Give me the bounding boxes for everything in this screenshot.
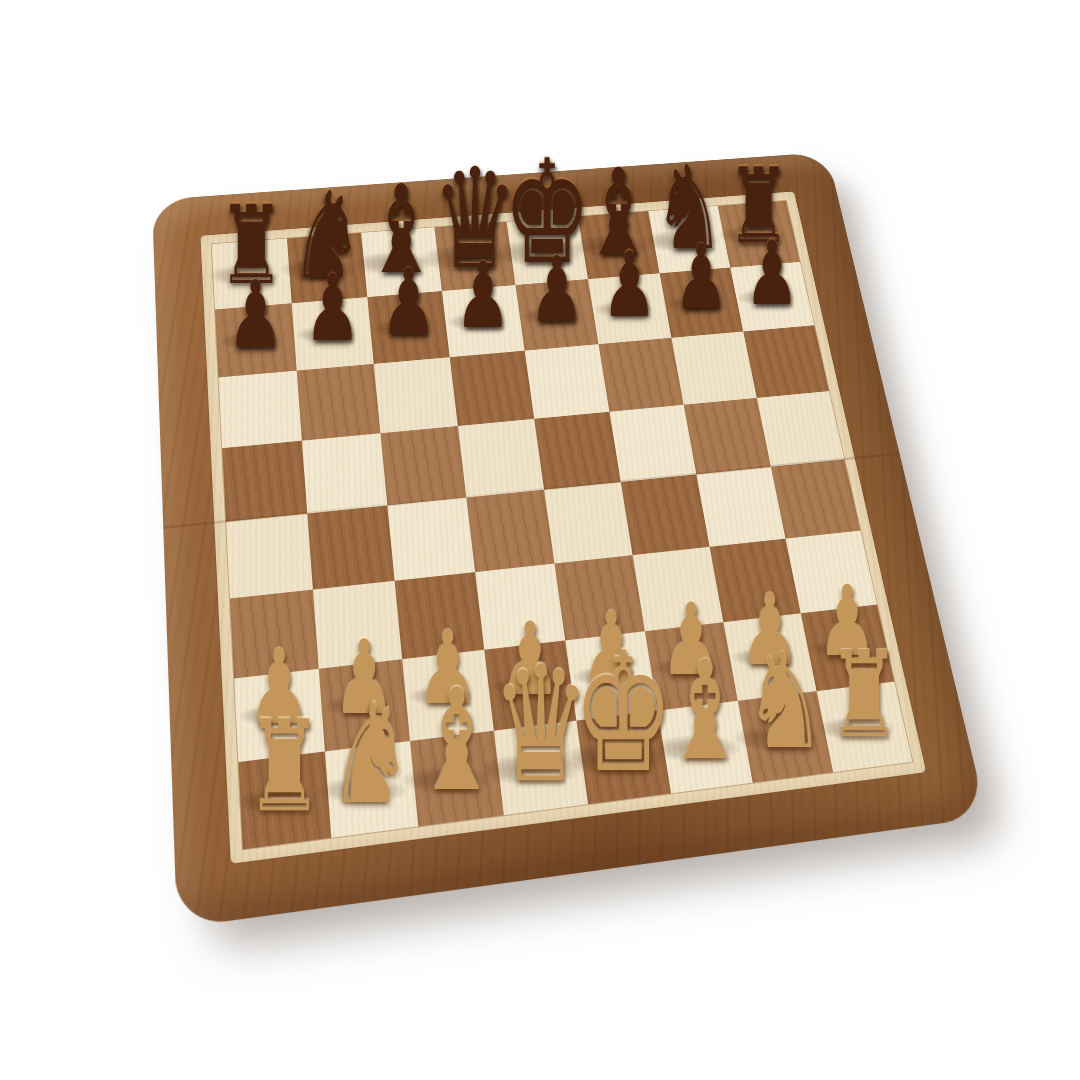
square-b8[interactable] xyxy=(287,233,367,303)
chess-board xyxy=(152,152,987,928)
square-f1[interactable] xyxy=(658,701,753,794)
square-b1[interactable] xyxy=(325,741,418,838)
square-b3[interactable] xyxy=(313,581,402,669)
square-f5[interactable] xyxy=(609,405,696,482)
square-a1[interactable] xyxy=(238,751,331,849)
square-e8[interactable] xyxy=(507,216,588,285)
square-a7[interactable] xyxy=(215,303,297,377)
square-a3[interactable] xyxy=(230,590,319,679)
square-g8[interactable] xyxy=(648,206,730,273)
square-f8[interactable] xyxy=(578,211,660,279)
square-c4[interactable] xyxy=(387,498,475,581)
square-d3[interactable] xyxy=(475,564,565,650)
square-d7[interactable] xyxy=(442,285,525,357)
square-c5[interactable] xyxy=(380,426,466,506)
square-a2[interactable] xyxy=(234,669,325,762)
square-c6[interactable] xyxy=(374,357,458,433)
square-a5[interactable] xyxy=(222,441,307,522)
square-c8[interactable] xyxy=(361,227,442,297)
square-c3[interactable] xyxy=(395,572,485,659)
square-e3[interactable] xyxy=(554,555,644,640)
square-e4[interactable] xyxy=(544,482,632,564)
square-e7[interactable] xyxy=(515,279,598,351)
square-f7[interactable] xyxy=(588,273,671,344)
board-border-inlay xyxy=(200,191,926,863)
square-d1[interactable] xyxy=(494,721,588,816)
square-c7[interactable] xyxy=(367,291,449,364)
square-f6[interactable] xyxy=(599,338,684,412)
square-g6[interactable] xyxy=(671,331,756,404)
square-f4[interactable] xyxy=(621,474,710,555)
square-h6[interactable] xyxy=(743,325,829,398)
square-d2[interactable] xyxy=(484,640,576,730)
square-d8[interactable] xyxy=(434,222,515,291)
square-f2[interactable] xyxy=(645,622,738,710)
square-f3[interactable] xyxy=(633,547,724,631)
square-h4[interactable] xyxy=(771,459,860,538)
square-g5[interactable] xyxy=(684,398,771,475)
square-e5[interactable] xyxy=(534,412,621,490)
square-b4[interactable] xyxy=(307,506,394,590)
square-c2[interactable] xyxy=(402,650,494,741)
square-h3[interactable] xyxy=(786,531,877,614)
square-b6[interactable] xyxy=(297,364,381,441)
square-a6[interactable] xyxy=(219,371,302,449)
square-h7[interactable] xyxy=(730,262,814,332)
square-h8[interactable] xyxy=(718,201,800,268)
square-a8[interactable] xyxy=(212,238,292,309)
square-h1[interactable] xyxy=(817,682,913,773)
board-grid xyxy=(212,201,913,850)
square-g3[interactable] xyxy=(710,539,801,623)
square-g4[interactable] xyxy=(696,467,785,547)
square-e1[interactable] xyxy=(576,711,671,805)
product-photo-scene: ♜♞♝♛♚♝♞♜♟♟♟♟♟♟♟♟♟♟♟♟♟♟♟♟♜♞♝♛♚♝♞♜ xyxy=(0,0,1080,1080)
square-c1[interactable] xyxy=(410,731,504,827)
square-b2[interactable] xyxy=(319,659,410,751)
square-d6[interactable] xyxy=(450,351,534,426)
square-b7[interactable] xyxy=(292,297,374,371)
square-d5[interactable] xyxy=(458,419,544,498)
square-g7[interactable] xyxy=(660,268,744,338)
square-e6[interactable] xyxy=(525,344,610,419)
square-d4[interactable] xyxy=(466,490,554,572)
square-h2[interactable] xyxy=(801,605,895,692)
square-b5[interactable] xyxy=(302,433,387,513)
square-e2[interactable] xyxy=(565,631,658,720)
square-h5[interactable] xyxy=(757,391,845,467)
square-a4[interactable] xyxy=(226,514,313,599)
